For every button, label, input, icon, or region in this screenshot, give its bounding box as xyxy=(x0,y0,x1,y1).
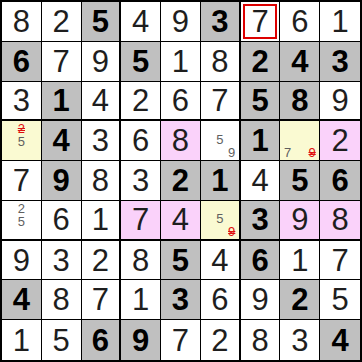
given-digit: 5 xyxy=(132,46,149,77)
solved-digit: 1 xyxy=(92,204,109,235)
cell-r2c8[interactable]: 4 xyxy=(280,42,320,82)
solved-digit: 4 xyxy=(132,6,149,37)
solved-digit: 6 xyxy=(291,6,308,37)
candidate-grid: 79 xyxy=(281,122,318,159)
given-digit: 3 xyxy=(251,204,268,235)
cell-r6c1[interactable]: 25 xyxy=(2,201,42,241)
solved-digit: 7 xyxy=(132,204,149,235)
given-digit: 1 xyxy=(251,125,268,156)
candidate-9-eliminated: 9 xyxy=(226,225,238,238)
cell-r9c8[interactable]: 3 xyxy=(280,320,320,360)
cell-r6c9[interactable]: 8 xyxy=(320,201,360,241)
sudoku-board: 8254937616795182433142675892543685917927… xyxy=(0,0,362,362)
cell-r9c3[interactable]: 6 xyxy=(82,320,122,360)
solved-digit: 5 xyxy=(331,284,348,315)
cell-r1c4[interactable]: 4 xyxy=(121,2,161,42)
solved-digit: 2 xyxy=(132,85,149,116)
cell-r2c9[interactable]: 3 xyxy=(320,42,360,82)
solved-digit: 3 xyxy=(53,245,70,276)
cell-r6c3[interactable]: 1 xyxy=(82,201,122,241)
solved-digit: 4 xyxy=(92,85,109,116)
solved-digit: 7 xyxy=(251,6,268,37)
cell-r1c8[interactable]: 6 xyxy=(280,2,320,42)
solved-digit: 8 xyxy=(132,245,149,276)
solved-digit: 6 xyxy=(53,204,70,235)
given-digit: 2 xyxy=(251,46,268,77)
cell-r4c1[interactable]: 25 xyxy=(2,121,42,161)
solved-digit: 8 xyxy=(251,325,268,356)
solved-digit: 2 xyxy=(92,245,109,276)
cell-r7c1[interactable]: 9 xyxy=(2,241,42,281)
given-digit: 5 xyxy=(172,245,189,276)
cell-r5c2[interactable]: 9 xyxy=(42,161,82,201)
given-digit: 4 xyxy=(13,284,30,315)
candidate-2: 2 xyxy=(15,202,27,215)
solved-digit: 7 xyxy=(172,325,189,356)
cell-r2c5[interactable]: 1 xyxy=(161,42,201,82)
cell-r3c4[interactable]: 2 xyxy=(121,82,161,122)
candidate-5: 5 xyxy=(214,133,226,146)
cell-r1c3[interactable]: 5 xyxy=(82,2,122,42)
cell-r8c2[interactable]: 8 xyxy=(42,280,82,320)
cell-r2c1[interactable]: 6 xyxy=(2,42,42,82)
candidate-5: 5 xyxy=(15,215,27,228)
candidate-grid: 25 xyxy=(3,202,40,238)
candidate-5: 5 xyxy=(15,135,27,148)
cell-r1c2[interactable]: 2 xyxy=(42,2,82,42)
cell-r3c3[interactable]: 4 xyxy=(82,82,122,122)
given-digit: 9 xyxy=(132,325,149,356)
cell-r3c8[interactable]: 8 xyxy=(280,82,320,122)
candidate-grid: 25 xyxy=(3,122,40,159)
solved-digit: 7 xyxy=(331,245,348,276)
cell-r6c2[interactable]: 6 xyxy=(42,201,82,241)
cell-r2c7[interactable]: 2 xyxy=(241,42,281,82)
cell-r8c3[interactable]: 7 xyxy=(82,280,122,320)
cell-r1c6[interactable]: 3 xyxy=(201,2,241,42)
cell-r4c8[interactable]: 79 xyxy=(280,121,320,161)
given-digit: 4 xyxy=(331,325,348,356)
candidate-9-eliminated: 9 xyxy=(306,146,318,159)
given-digit: 5 xyxy=(92,6,109,37)
cell-r9c6[interactable]: 2 xyxy=(201,320,241,360)
solved-digit: 8 xyxy=(92,165,109,196)
cell-r1c7[interactable]: 7 xyxy=(241,2,281,42)
solved-digit: 8 xyxy=(211,46,228,77)
solved-digit: 2 xyxy=(53,6,70,37)
given-digit: 5 xyxy=(291,165,308,196)
cell-r9c4[interactable]: 9 xyxy=(121,320,161,360)
cell-r7c7[interactable]: 6 xyxy=(241,241,281,281)
cell-r4c7[interactable]: 1 xyxy=(241,121,281,161)
cell-r9c9[interactable]: 4 xyxy=(320,320,360,360)
cell-r3c6[interactable]: 7 xyxy=(201,82,241,122)
cell-r8c9[interactable]: 5 xyxy=(320,280,360,320)
candidate-9: 9 xyxy=(226,146,238,159)
cell-r6c6[interactable]: 59 xyxy=(201,201,241,241)
solved-digit: 7 xyxy=(53,46,70,77)
given-digit: 6 xyxy=(251,245,268,276)
solved-digit: 9 xyxy=(13,245,30,276)
solved-digit: 6 xyxy=(172,85,189,116)
solved-digit: 9 xyxy=(251,284,268,315)
candidate-7: 7 xyxy=(281,146,293,159)
given-digit: 6 xyxy=(331,165,348,196)
solved-digit: 1 xyxy=(132,284,149,315)
given-digit: 8 xyxy=(291,85,308,116)
cell-r8c6[interactable]: 6 xyxy=(201,280,241,320)
solved-digit: 3 xyxy=(132,165,149,196)
cell-r4c9[interactable]: 2 xyxy=(320,121,360,161)
solved-digit: 1 xyxy=(331,6,348,37)
cell-r6c7[interactable]: 3 xyxy=(241,201,281,241)
cell-r8c8[interactable]: 2 xyxy=(280,280,320,320)
cell-r1c1[interactable]: 8 xyxy=(2,2,42,42)
cell-r3c9[interactable]: 9 xyxy=(320,82,360,122)
given-digit: 6 xyxy=(13,46,30,77)
cell-r4c6[interactable]: 59 xyxy=(201,121,241,161)
given-digit: 4 xyxy=(291,46,308,77)
cell-r1c9[interactable]: 1 xyxy=(320,2,360,42)
given-digit: 1 xyxy=(211,165,228,196)
cell-r4c5[interactable]: 8 xyxy=(161,121,201,161)
cell-r7c8[interactable]: 1 xyxy=(280,241,320,281)
cell-r5c7[interactable]: 4 xyxy=(241,161,281,201)
cell-r9c2[interactable]: 5 xyxy=(42,320,82,360)
solved-digit: 7 xyxy=(211,85,228,116)
cell-r7c2[interactable]: 3 xyxy=(42,241,82,281)
solved-digit: 9 xyxy=(291,204,308,235)
solved-digit: 8 xyxy=(331,204,348,235)
given-digit: 3 xyxy=(331,46,348,77)
cell-r7c3[interactable]: 2 xyxy=(82,241,122,281)
cell-r5c3[interactable]: 8 xyxy=(82,161,122,201)
cell-r3c5[interactable]: 6 xyxy=(161,82,201,122)
solved-digit: 1 xyxy=(172,46,189,77)
solved-digit: 5 xyxy=(53,325,70,356)
cell-r9c1[interactable]: 1 xyxy=(2,320,42,360)
solved-digit: 4 xyxy=(251,165,268,196)
solved-digit: 3 xyxy=(291,325,308,356)
given-digit: 5 xyxy=(251,85,268,116)
solved-digit: 4 xyxy=(211,245,228,276)
candidate-grid: 59 xyxy=(202,202,238,238)
cell-r5c8[interactable]: 5 xyxy=(280,161,320,201)
cell-r8c1[interactable]: 4 xyxy=(2,280,42,320)
solved-digit: 2 xyxy=(211,325,228,356)
cell-r4c2[interactable]: 4 xyxy=(42,121,82,161)
cell-r9c7[interactable]: 8 xyxy=(241,320,281,360)
cell-r7c4[interactable]: 8 xyxy=(121,241,161,281)
given-digit: 4 xyxy=(53,125,70,156)
solved-digit: 8 xyxy=(53,284,70,315)
given-digit: 3 xyxy=(172,284,189,315)
given-digit: 9 xyxy=(53,165,70,196)
solved-digit: 6 xyxy=(211,284,228,315)
solved-digit: 1 xyxy=(13,325,30,356)
given-digit: 2 xyxy=(172,165,189,196)
cell-r3c2[interactable]: 1 xyxy=(42,82,82,122)
cell-r2c4[interactable]: 5 xyxy=(121,42,161,82)
solved-digit: 3 xyxy=(13,85,30,116)
candidate-5: 5 xyxy=(214,212,226,225)
solved-digit: 4 xyxy=(172,204,189,235)
cell-r6c4[interactable]: 7 xyxy=(121,201,161,241)
cell-r5c5[interactable]: 2 xyxy=(161,161,201,201)
cell-r1c5[interactable]: 9 xyxy=(161,2,201,42)
cell-r2c2[interactable]: 7 xyxy=(42,42,82,82)
cell-r7c9[interactable]: 7 xyxy=(320,241,360,281)
cell-r5c6[interactable]: 1 xyxy=(201,161,241,201)
cell-r4c4[interactable]: 6 xyxy=(121,121,161,161)
solved-digit: 7 xyxy=(13,165,30,196)
given-digit: 6 xyxy=(92,325,109,356)
solved-digit: 9 xyxy=(92,46,109,77)
given-digit: 1 xyxy=(53,85,70,116)
solved-digit: 1 xyxy=(291,245,308,276)
solved-digit: 8 xyxy=(172,125,189,156)
cell-r7c6[interactable]: 4 xyxy=(201,241,241,281)
cell-r7c5[interactable]: 5 xyxy=(161,241,201,281)
cell-r8c4[interactable]: 1 xyxy=(121,280,161,320)
cell-r5c1[interactable]: 7 xyxy=(2,161,42,201)
cell-r2c3[interactable]: 9 xyxy=(82,42,122,82)
cell-r4c3[interactable]: 3 xyxy=(82,121,122,161)
cell-r3c1[interactable]: 3 xyxy=(2,82,42,122)
cell-r9c5[interactable]: 7 xyxy=(161,320,201,360)
solved-digit: 9 xyxy=(331,85,348,116)
cell-r2c6[interactable]: 8 xyxy=(201,42,241,82)
solved-digit: 3 xyxy=(92,125,109,156)
solved-digit: 7 xyxy=(92,284,109,315)
cell-r8c7[interactable]: 9 xyxy=(241,280,281,320)
cell-r6c8[interactable]: 9 xyxy=(280,201,320,241)
cell-r8c5[interactable]: 3 xyxy=(161,280,201,320)
candidate-grid: 59 xyxy=(202,122,238,159)
solved-digit: 2 xyxy=(331,125,348,156)
cell-r5c9[interactable]: 6 xyxy=(320,161,360,201)
solved-digit: 9 xyxy=(172,6,189,37)
cell-r3c7[interactable]: 5 xyxy=(241,82,281,122)
solved-digit: 6 xyxy=(132,125,149,156)
given-digit: 2 xyxy=(291,284,308,315)
cell-r5c4[interactable]: 3 xyxy=(121,161,161,201)
cell-r6c5[interactable]: 4 xyxy=(161,201,201,241)
solved-digit: 8 xyxy=(13,6,30,37)
given-digit: 3 xyxy=(211,6,228,37)
